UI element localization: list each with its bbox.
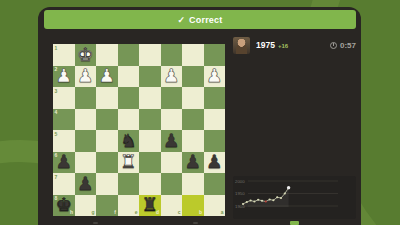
- square-b5[interactable]: [182, 130, 204, 152]
- piece-white-pawn[interactable]: ♟: [204, 66, 226, 88]
- player-row: 1975 +16 0:57: [233, 36, 356, 54]
- square-g3[interactable]: [75, 87, 97, 109]
- piece-black-pawn[interactable]: ♟: [161, 130, 183, 152]
- gridline-label: 2000: [235, 179, 245, 184]
- piece-white-pawn[interactable]: ♟: [161, 66, 183, 88]
- piece-black-knight[interactable]: ♞: [118, 130, 140, 152]
- check-icon: ✓: [178, 15, 186, 25]
- square-f1[interactable]: [96, 44, 118, 66]
- rating-data-point: [265, 200, 267, 202]
- rating-data-point: [280, 197, 282, 199]
- file-label-c: c: [178, 210, 181, 215]
- gridline-label: 1950: [235, 191, 245, 196]
- correct-banner: ✓ Correct: [44, 10, 356, 29]
- square-d4[interactable]: [139, 109, 161, 131]
- rank-label-7: 7: [55, 175, 58, 180]
- square-c5[interactable]: ♟: [161, 130, 183, 152]
- square-h4[interactable]: 4: [53, 109, 75, 131]
- square-a1[interactable]: [204, 44, 226, 66]
- square-h6[interactable]: 6♟: [53, 152, 75, 174]
- square-c3[interactable]: [161, 87, 183, 109]
- square-h5[interactable]: 5: [53, 130, 75, 152]
- file-label-e: e: [135, 210, 138, 215]
- rating-data-point: [276, 196, 278, 198]
- file-label-b: b: [199, 210, 202, 215]
- square-d5[interactable]: [139, 130, 161, 152]
- clock-icon: [330, 42, 337, 49]
- square-g4[interactable]: [75, 109, 97, 131]
- square-g6[interactable]: [75, 152, 97, 174]
- rating-graph: 200019501900: [233, 176, 356, 219]
- square-a8[interactable]: a: [204, 195, 226, 217]
- square-c4[interactable]: [161, 109, 183, 131]
- file-label-a: a: [221, 210, 224, 215]
- square-h8[interactable]: 8h♚: [53, 195, 75, 217]
- piece-white-king[interactable]: ♚: [75, 44, 97, 66]
- square-e1[interactable]: [118, 44, 140, 66]
- square-c7[interactable]: [161, 173, 183, 195]
- piece-white-rook[interactable]: ♜: [118, 152, 140, 174]
- player-avatar[interactable]: [233, 37, 250, 54]
- file-label-f: f: [114, 210, 116, 215]
- square-a6[interactable]: ♟: [204, 152, 226, 174]
- rating-data-point: [287, 186, 290, 189]
- square-h2[interactable]: 2♟: [53, 66, 75, 88]
- square-d3[interactable]: [139, 87, 161, 109]
- square-d2[interactable]: [139, 66, 161, 88]
- rating-data-point: [257, 199, 259, 201]
- piece-black-pawn[interactable]: ♟: [75, 173, 97, 195]
- piece-black-rook[interactable]: ♜: [139, 195, 161, 217]
- square-b6[interactable]: ♟: [182, 152, 204, 174]
- piece-black-pawn[interactable]: ♟: [182, 152, 204, 174]
- dock-dot: [193, 222, 198, 224]
- square-b4[interactable]: [182, 109, 204, 131]
- piece-black-king[interactable]: ♚: [53, 195, 75, 217]
- square-g2[interactable]: ♟: [75, 66, 97, 88]
- rank-label-1: 1: [55, 46, 58, 51]
- rating-data-point: [269, 198, 271, 200]
- rating-data-point: [250, 199, 252, 201]
- square-a5[interactable]: [204, 130, 226, 152]
- file-label-g: g: [91, 210, 94, 215]
- square-f4[interactable]: [96, 109, 118, 131]
- rating-graph-panel: 200019501900: [233, 176, 356, 219]
- square-f3[interactable]: [96, 87, 118, 109]
- square-e7[interactable]: [118, 173, 140, 195]
- rating-data-point: [242, 203, 244, 205]
- square-h3[interactable]: 3: [53, 87, 75, 109]
- chess-board[interactable]: 1♚2♟♟♟♟♟345♞♟6♟♜♟♟7♟8h♚gfed♜cba: [53, 44, 225, 216]
- square-b8[interactable]: b: [182, 195, 204, 217]
- square-b1[interactable]: [182, 44, 204, 66]
- square-d1[interactable]: [139, 44, 161, 66]
- piece-white-pawn[interactable]: ♟: [53, 66, 75, 88]
- square-d6[interactable]: [139, 152, 161, 174]
- dock-dot: [93, 222, 98, 224]
- square-e8[interactable]: e: [118, 195, 140, 217]
- square-f7[interactable]: [96, 173, 118, 195]
- square-a3[interactable]: [204, 87, 226, 109]
- square-f2[interactable]: ♟: [96, 66, 118, 88]
- rank-label-4: 4: [55, 110, 58, 115]
- piece-black-pawn[interactable]: ♟: [204, 152, 226, 174]
- square-c2[interactable]: ♟: [161, 66, 183, 88]
- square-c1[interactable]: [161, 44, 183, 66]
- rating-data-point: [272, 199, 274, 201]
- square-c6[interactable]: [161, 152, 183, 174]
- square-e6[interactable]: ♜: [118, 152, 140, 174]
- square-a2[interactable]: ♟: [204, 66, 226, 88]
- square-e3[interactable]: [118, 87, 140, 109]
- square-a4[interactable]: [204, 109, 226, 131]
- square-g1[interactable]: ♚: [75, 44, 97, 66]
- correct-label: Correct: [189, 15, 222, 25]
- square-h7[interactable]: 7: [53, 173, 75, 195]
- square-g8[interactable]: g: [75, 195, 97, 217]
- rank-label-3: 3: [55, 89, 58, 94]
- square-g5[interactable]: [75, 130, 97, 152]
- square-a7[interactable]: [204, 173, 226, 195]
- square-b3[interactable]: [182, 87, 204, 109]
- square-f8[interactable]: f: [96, 195, 118, 217]
- piece-white-pawn[interactable]: ♟: [96, 66, 118, 88]
- rating-data-point: [246, 201, 248, 203]
- piece-white-pawn[interactable]: ♟: [75, 66, 97, 88]
- rating-data-point: [261, 200, 263, 202]
- square-f6[interactable]: [96, 152, 118, 174]
- rating-data-point: [253, 200, 255, 202]
- square-c8[interactable]: c: [161, 195, 183, 217]
- rank-label-5: 5: [55, 132, 58, 137]
- puzzle-timer: 0:57: [340, 41, 356, 50]
- square-d8[interactable]: d♜: [139, 195, 161, 217]
- rating-delta-badge: +16: [278, 43, 288, 49]
- rating-data-point: [284, 192, 286, 194]
- square-b7[interactable]: [182, 173, 204, 195]
- square-e2[interactable]: [118, 66, 140, 88]
- square-h1[interactable]: 1: [53, 44, 75, 66]
- dock-green-button[interactable]: [290, 221, 299, 225]
- square-e4[interactable]: [118, 109, 140, 131]
- square-b2[interactable]: [182, 66, 204, 88]
- player-rating: 1975: [256, 40, 275, 50]
- square-e5[interactable]: ♞: [118, 130, 140, 152]
- piece-black-pawn[interactable]: ♟: [53, 152, 75, 174]
- square-f5[interactable]: [96, 130, 118, 152]
- square-g7[interactable]: ♟: [75, 173, 97, 195]
- square-d7[interactable]: [139, 173, 161, 195]
